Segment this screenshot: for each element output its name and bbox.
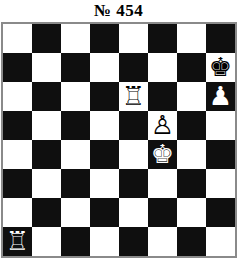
board-square-c4[interactable]: [61, 140, 90, 169]
board-square-c3[interactable]: [61, 169, 90, 198]
board-square-h4[interactable]: [206, 140, 235, 169]
board-square-b3[interactable]: [32, 169, 61, 198]
board-square-a4[interactable]: [3, 140, 32, 169]
chess-puzzle-diagram: № 454 ♚♖♟♙♚♖: [0, 0, 237, 261]
board-square-f2[interactable]: [148, 198, 177, 227]
board-square-f5[interactable]: ♙: [148, 111, 177, 140]
board-square-d5[interactable]: [90, 111, 119, 140]
board-square-b1[interactable]: [32, 227, 61, 256]
board-square-g6[interactable]: [177, 82, 206, 111]
board-square-g1[interactable]: [177, 227, 206, 256]
board-square-e1[interactable]: [119, 227, 148, 256]
board-square-e2[interactable]: [119, 198, 148, 227]
board-square-h3[interactable]: [206, 169, 235, 198]
board-square-f1[interactable]: [148, 227, 177, 256]
board-square-e4[interactable]: [119, 140, 148, 169]
board-square-d4[interactable]: [90, 140, 119, 169]
board-square-d2[interactable]: [90, 198, 119, 227]
black-rook[interactable]: ♖: [6, 227, 29, 256]
board-square-b5[interactable]: [32, 111, 61, 140]
board-square-a7[interactable]: [3, 53, 32, 82]
board-square-d1[interactable]: [90, 227, 119, 256]
board-square-g4[interactable]: [177, 140, 206, 169]
board-square-b8[interactable]: [32, 24, 61, 53]
board-square-d8[interactable]: [90, 24, 119, 53]
board-square-b6[interactable]: [32, 82, 61, 111]
white-pawn[interactable]: ♙: [151, 111, 174, 140]
board-square-g2[interactable]: [177, 198, 206, 227]
board-square-b7[interactable]: [32, 53, 61, 82]
white-pawn[interactable]: ♟: [209, 82, 232, 111]
board-square-f4[interactable]: ♚: [148, 140, 177, 169]
board-square-f6[interactable]: [148, 82, 177, 111]
board-square-h6[interactable]: ♟: [206, 82, 235, 111]
board-square-c7[interactable]: [61, 53, 90, 82]
board-square-b2[interactable]: [32, 198, 61, 227]
board-square-f7[interactable]: [148, 53, 177, 82]
board-square-a1[interactable]: ♖: [3, 227, 32, 256]
board-square-f3[interactable]: [148, 169, 177, 198]
board-square-a2[interactable]: [3, 198, 32, 227]
board-square-h1[interactable]: [206, 227, 235, 256]
chess-board: ♚♖♟♙♚♖: [1, 22, 237, 258]
board-square-e8[interactable]: [119, 24, 148, 53]
board-square-d7[interactable]: [90, 53, 119, 82]
white-king[interactable]: ♚: [151, 140, 174, 169]
puzzle-number: № 454: [0, 0, 237, 21]
board-square-c2[interactable]: [61, 198, 90, 227]
board-square-g7[interactable]: [177, 53, 206, 82]
board-square-g5[interactable]: [177, 111, 206, 140]
board-square-a6[interactable]: [3, 82, 32, 111]
board-square-h7[interactable]: ♚: [206, 53, 235, 82]
board-square-d3[interactable]: [90, 169, 119, 198]
board-square-a8[interactable]: [3, 24, 32, 53]
board-square-h2[interactable]: [206, 198, 235, 227]
board-square-g8[interactable]: [177, 24, 206, 53]
board-square-e5[interactable]: [119, 111, 148, 140]
board-square-b4[interactable]: [32, 140, 61, 169]
board-square-c1[interactable]: [61, 227, 90, 256]
board-square-d6[interactable]: [90, 82, 119, 111]
board-square-c8[interactable]: [61, 24, 90, 53]
board-square-c5[interactable]: [61, 111, 90, 140]
black-king[interactable]: ♚: [209, 53, 232, 82]
board-square-f8[interactable]: [148, 24, 177, 53]
board-square-h5[interactable]: [206, 111, 235, 140]
board-square-e6[interactable]: ♖: [119, 82, 148, 111]
board-square-h8[interactable]: [206, 24, 235, 53]
board-square-e7[interactable]: [119, 53, 148, 82]
board-square-a5[interactable]: [3, 111, 32, 140]
board-square-g3[interactable]: [177, 169, 206, 198]
board-square-e3[interactable]: [119, 169, 148, 198]
white-rook[interactable]: ♖: [122, 82, 145, 111]
board-square-c6[interactable]: [61, 82, 90, 111]
board-square-a3[interactable]: [3, 169, 32, 198]
